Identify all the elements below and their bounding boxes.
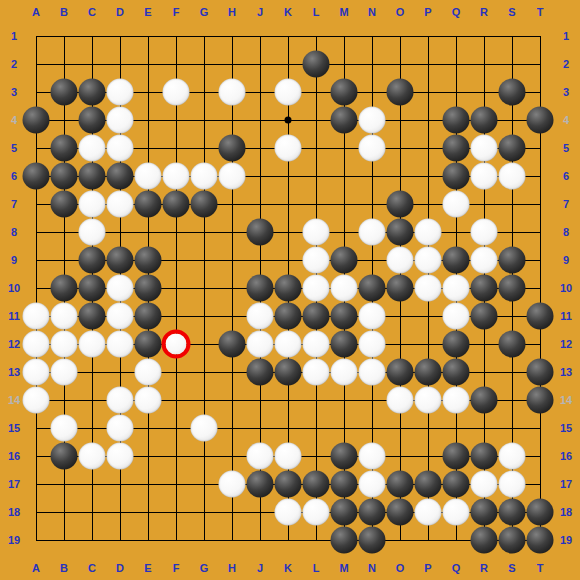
white-stone [107, 79, 134, 106]
white-stone [359, 443, 386, 470]
black-stone [51, 191, 78, 218]
white-stone [471, 219, 498, 246]
column-label-top: D [116, 7, 124, 18]
row-label-right: 2 [563, 59, 569, 70]
black-stone [51, 443, 78, 470]
black-stone [79, 79, 106, 106]
white-stone [135, 359, 162, 386]
white-stone [247, 303, 274, 330]
black-stone [135, 275, 162, 302]
black-stone [51, 163, 78, 190]
column-label-bottom: D [116, 563, 124, 574]
black-stone [471, 107, 498, 134]
row-label-right: 7 [563, 199, 569, 210]
column-label-top: C [88, 7, 96, 18]
column-label-bottom: J [257, 563, 263, 574]
black-stone [443, 443, 470, 470]
white-stone [163, 79, 190, 106]
row-label-right: 16 [560, 451, 572, 462]
black-stone [443, 359, 470, 386]
column-label-top: K [284, 7, 292, 18]
black-stone [79, 107, 106, 134]
black-stone [443, 163, 470, 190]
black-stone [51, 275, 78, 302]
black-stone [219, 331, 246, 358]
black-stone [527, 527, 554, 554]
black-stone [275, 275, 302, 302]
column-label-bottom: E [144, 563, 151, 574]
black-stone [331, 331, 358, 358]
black-stone [79, 163, 106, 190]
row-label-right: 5 [563, 143, 569, 154]
white-stone [107, 331, 134, 358]
column-label-top: B [60, 7, 68, 18]
black-stone [359, 499, 386, 526]
white-stone [107, 135, 134, 162]
column-label-bottom: N [368, 563, 376, 574]
black-stone [135, 303, 162, 330]
black-stone [415, 471, 442, 498]
black-stone [527, 499, 554, 526]
white-stone [303, 499, 330, 526]
white-stone [303, 359, 330, 386]
white-stone [359, 107, 386, 134]
white-stone [79, 135, 106, 162]
column-label-bottom: H [228, 563, 236, 574]
white-stone [79, 331, 106, 358]
white-stone [275, 499, 302, 526]
black-stone [51, 79, 78, 106]
column-label-top: G [200, 7, 209, 18]
row-label-left: 11 [8, 311, 20, 322]
black-stone [499, 527, 526, 554]
white-stone [247, 331, 274, 358]
row-label-right: 18 [560, 507, 572, 518]
white-stone [79, 443, 106, 470]
marked-last-move-white-stone [162, 330, 191, 359]
white-stone [471, 247, 498, 274]
row-label-right: 13 [560, 367, 572, 378]
row-label-left: 8 [11, 227, 17, 238]
row-label-right: 1 [563, 31, 569, 42]
white-stone [163, 163, 190, 190]
black-stone [303, 51, 330, 78]
black-stone [79, 275, 106, 302]
column-label-bottom: G [200, 563, 209, 574]
white-stone [499, 471, 526, 498]
black-stone [443, 135, 470, 162]
white-stone [107, 107, 134, 134]
column-label-top: Q [452, 7, 461, 18]
black-stone [443, 331, 470, 358]
white-stone [415, 387, 442, 414]
black-stone [387, 275, 414, 302]
black-stone [471, 303, 498, 330]
row-label-left: 13 [8, 367, 20, 378]
black-stone [443, 471, 470, 498]
column-label-top: H [228, 7, 236, 18]
row-label-right: 9 [563, 255, 569, 266]
black-stone [247, 275, 274, 302]
row-label-right: 19 [560, 535, 572, 546]
black-stone [443, 107, 470, 134]
white-stone [23, 359, 50, 386]
white-stone [359, 471, 386, 498]
black-stone [499, 275, 526, 302]
white-stone [303, 219, 330, 246]
black-stone [471, 499, 498, 526]
row-label-right: 10 [560, 283, 572, 294]
row-label-left: 17 [8, 479, 20, 490]
black-stone [303, 471, 330, 498]
white-stone [275, 331, 302, 358]
column-label-bottom: C [88, 563, 96, 574]
black-stone [163, 191, 190, 218]
black-stone [191, 191, 218, 218]
row-label-left: 15 [8, 423, 20, 434]
white-stone [303, 331, 330, 358]
white-stone [23, 387, 50, 414]
black-stone [499, 135, 526, 162]
white-stone [247, 443, 274, 470]
white-stone [415, 247, 442, 274]
white-stone [107, 275, 134, 302]
row-label-left: 7 [11, 199, 17, 210]
white-stone [359, 303, 386, 330]
white-stone [191, 163, 218, 190]
white-stone [303, 247, 330, 274]
row-label-left: 16 [8, 451, 20, 462]
column-label-top: A [32, 7, 40, 18]
white-stone [107, 443, 134, 470]
hoshi-star-point [285, 117, 292, 124]
black-stone [107, 247, 134, 274]
black-stone [79, 247, 106, 274]
black-stone [331, 471, 358, 498]
row-label-right: 15 [560, 423, 572, 434]
black-stone [387, 359, 414, 386]
white-stone [331, 359, 358, 386]
column-label-bottom: M [339, 563, 348, 574]
white-stone [107, 303, 134, 330]
column-label-bottom: B [60, 563, 68, 574]
column-label-bottom: F [173, 563, 180, 574]
black-stone [387, 79, 414, 106]
row-label-left: 14 [8, 395, 20, 406]
black-stone [387, 191, 414, 218]
white-stone [415, 219, 442, 246]
black-stone [499, 331, 526, 358]
white-stone [443, 387, 470, 414]
black-stone [135, 247, 162, 274]
black-stone [359, 275, 386, 302]
black-stone [247, 219, 274, 246]
white-stone [23, 303, 50, 330]
black-stone [247, 359, 274, 386]
black-stone [527, 303, 554, 330]
black-stone [275, 359, 302, 386]
black-stone [23, 107, 50, 134]
black-stone [303, 303, 330, 330]
column-label-top: R [480, 7, 488, 18]
white-stone [359, 331, 386, 358]
white-stone [79, 191, 106, 218]
column-label-top: O [396, 7, 405, 18]
black-stone [107, 163, 134, 190]
white-stone [107, 387, 134, 414]
column-label-bottom: Q [452, 563, 461, 574]
black-stone [135, 331, 162, 358]
row-label-right: 17 [560, 479, 572, 490]
black-stone [331, 303, 358, 330]
black-stone [387, 499, 414, 526]
column-label-top: S [508, 7, 515, 18]
row-label-right: 4 [563, 115, 569, 126]
black-stone [387, 471, 414, 498]
white-stone [135, 387, 162, 414]
column-label-bottom: O [396, 563, 405, 574]
row-label-left: 4 [11, 115, 17, 126]
white-stone [471, 163, 498, 190]
black-stone [387, 219, 414, 246]
white-stone [51, 359, 78, 386]
row-label-left: 3 [11, 87, 17, 98]
white-stone [387, 387, 414, 414]
black-stone [135, 191, 162, 218]
row-label-left: 5 [11, 143, 17, 154]
white-stone [79, 219, 106, 246]
column-label-top: J [257, 7, 263, 18]
row-label-left: 2 [11, 59, 17, 70]
black-stone [471, 387, 498, 414]
black-stone [331, 247, 358, 274]
black-stone [331, 443, 358, 470]
black-stone [23, 163, 50, 190]
black-stone [331, 79, 358, 106]
white-stone [275, 79, 302, 106]
grid-line-horizontal [36, 540, 541, 541]
row-label-left: 9 [11, 255, 17, 266]
column-label-top: F [173, 7, 180, 18]
row-label-right: 6 [563, 171, 569, 182]
black-stone [499, 247, 526, 274]
black-stone [331, 107, 358, 134]
go-board[interactable]: AABBCCDDEEFFGGHHJJKKLLMMNNOOPPQQRRSSTT11… [0, 0, 580, 580]
row-label-left: 12 [8, 339, 20, 350]
white-stone [219, 163, 246, 190]
white-stone [303, 275, 330, 302]
row-label-left: 1 [11, 31, 17, 42]
white-stone [387, 247, 414, 274]
row-label-right: 3 [563, 87, 569, 98]
white-stone [331, 275, 358, 302]
white-stone [275, 135, 302, 162]
white-stone [359, 135, 386, 162]
row-label-left: 6 [11, 171, 17, 182]
column-label-bottom: K [284, 563, 292, 574]
white-stone [23, 331, 50, 358]
black-stone [275, 471, 302, 498]
row-label-right: 8 [563, 227, 569, 238]
black-stone [247, 471, 274, 498]
column-label-top: M [339, 7, 348, 18]
white-stone [499, 163, 526, 190]
column-label-bottom: L [313, 563, 320, 574]
white-stone [51, 331, 78, 358]
white-stone [107, 191, 134, 218]
column-label-top: E [144, 7, 151, 18]
black-stone [331, 527, 358, 554]
column-label-bottom: A [32, 563, 40, 574]
row-label-right: 14 [560, 395, 572, 406]
column-label-top: T [537, 7, 544, 18]
white-stone [415, 275, 442, 302]
white-stone [471, 471, 498, 498]
white-stone [443, 275, 470, 302]
white-stone [443, 499, 470, 526]
black-stone [415, 359, 442, 386]
white-stone [51, 303, 78, 330]
white-stone [443, 191, 470, 218]
black-stone [499, 499, 526, 526]
row-label-left: 10 [8, 283, 20, 294]
column-label-top: N [368, 7, 376, 18]
black-stone [79, 303, 106, 330]
black-stone [359, 527, 386, 554]
black-stone [471, 275, 498, 302]
black-stone [527, 387, 554, 414]
column-label-bottom: T [537, 563, 544, 574]
white-stone [359, 219, 386, 246]
white-stone [191, 415, 218, 442]
white-stone [471, 135, 498, 162]
white-stone [499, 443, 526, 470]
black-stone [527, 107, 554, 134]
row-label-left: 19 [8, 535, 20, 546]
black-stone [471, 443, 498, 470]
white-stone [415, 499, 442, 526]
black-stone [527, 359, 554, 386]
row-label-right: 12 [560, 339, 572, 350]
black-stone [499, 79, 526, 106]
white-stone [359, 359, 386, 386]
column-label-bottom: P [424, 563, 431, 574]
column-label-bottom: S [508, 563, 515, 574]
row-label-right: 11 [560, 311, 572, 322]
white-stone [107, 415, 134, 442]
white-stone [275, 443, 302, 470]
black-stone [219, 135, 246, 162]
black-stone [471, 527, 498, 554]
column-label-bottom: R [480, 563, 488, 574]
black-stone [51, 135, 78, 162]
row-label-left: 18 [8, 507, 20, 518]
white-stone [443, 303, 470, 330]
white-stone [135, 163, 162, 190]
white-stone [219, 471, 246, 498]
white-stone [51, 415, 78, 442]
black-stone [331, 499, 358, 526]
column-label-top: L [313, 7, 320, 18]
black-stone [275, 303, 302, 330]
column-label-top: P [424, 7, 431, 18]
white-stone [219, 79, 246, 106]
black-stone [443, 247, 470, 274]
